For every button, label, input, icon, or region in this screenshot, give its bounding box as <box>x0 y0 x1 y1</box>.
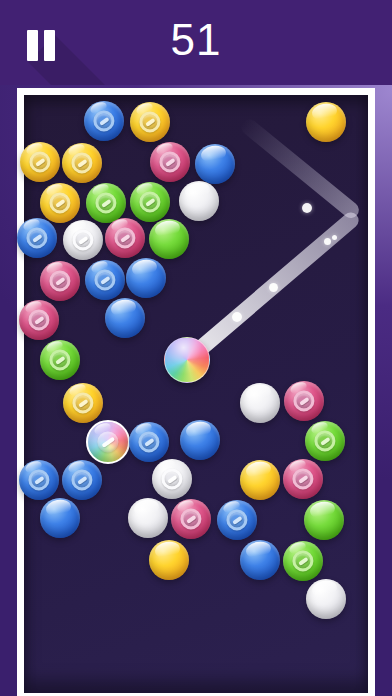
game-screen: 51 <box>0 0 392 696</box>
shooter-ball[interactable] <box>164 337 210 383</box>
top-bar: 51 <box>0 0 392 85</box>
play-field[interactable] <box>17 88 375 696</box>
score-label: 51 <box>0 16 392 64</box>
